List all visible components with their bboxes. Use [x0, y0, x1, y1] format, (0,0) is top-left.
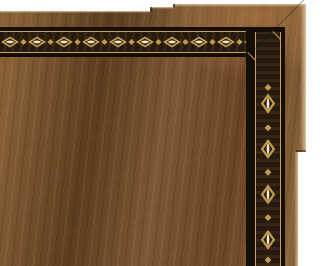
frame-molding-step-shadow-right	[296, 150, 306, 152]
frame-molding-edge-right	[294, 152, 298, 266]
inlay-band-right-core	[255, 32, 281, 266]
frame-molding-edge-top-step	[150, 7, 173, 10]
inlay-band-top-core	[0, 31, 280, 53]
frame-molding-edge-top	[0, 11, 150, 14]
diamond-inlay-pattern-right	[256, 32, 280, 266]
diamond-inlay-pattern-top	[0, 32, 280, 52]
background-mask-right	[298, 152, 330, 266]
frame-molding-edge-right-raised	[300, 4, 306, 152]
frame-molding-step-shadow	[173, 4, 175, 7]
frame-molding-step-shadow	[150, 7, 152, 12]
inlay-band-right	[246, 27, 285, 266]
board-photo	[0, 0, 330, 266]
inlay-band-top	[0, 27, 280, 57]
frame-molding-edge-top-raised	[173, 4, 306, 7]
chessboard	[0, 57, 246, 266]
